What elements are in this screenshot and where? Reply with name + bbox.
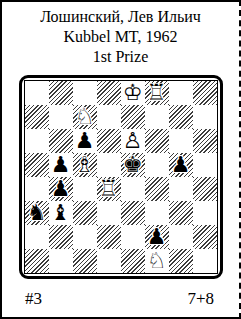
square-f8: ♜♖ xyxy=(145,81,169,105)
square-d7 xyxy=(97,105,121,129)
square-f3 xyxy=(145,201,169,225)
square-g1 xyxy=(169,249,193,273)
chess-board: ♚♔♜♖♞♘♟♟♟♙♟♟♝♗♚♚♟♟♟♟♜♖♞♞♝♝♟♟♞♘ xyxy=(24,80,218,274)
square-g7 xyxy=(169,105,193,129)
piece-halo: ♟ xyxy=(145,225,169,249)
square-b3: ♝♝ xyxy=(49,201,73,225)
piece-halo: ♝ xyxy=(49,201,73,225)
square-e4 xyxy=(121,177,145,201)
square-d5 xyxy=(97,153,121,177)
piece-halo: ♚ xyxy=(121,81,145,105)
piece-halo: ♝ xyxy=(73,153,97,177)
square-b1 xyxy=(49,249,73,273)
square-b2 xyxy=(49,225,73,249)
square-a6 xyxy=(25,129,49,153)
square-e8: ♚♔ xyxy=(121,81,145,105)
square-h3 xyxy=(193,201,217,225)
square-d2 xyxy=(97,225,121,249)
square-h7 xyxy=(193,105,217,129)
piece-halo: ♟ xyxy=(169,153,193,177)
square-h5 xyxy=(193,153,217,177)
square-g6 xyxy=(169,129,193,153)
square-a2 xyxy=(25,225,49,249)
piece-halo: ♟ xyxy=(49,177,73,201)
square-b8 xyxy=(49,81,73,105)
square-c6: ♟♟ xyxy=(73,129,97,153)
piece-black-pawn: ♟ xyxy=(49,153,73,177)
square-e7 xyxy=(121,105,145,129)
square-b4: ♟♟ xyxy=(49,177,73,201)
square-a8 xyxy=(25,81,49,105)
square-h6 xyxy=(193,129,217,153)
square-h8 xyxy=(193,81,217,105)
composer-name: Лошинский, Лев Ильич xyxy=(2,7,239,27)
square-f5 xyxy=(145,153,169,177)
stipulation-label: #3 xyxy=(25,289,42,309)
square-h4 xyxy=(193,177,217,201)
caption-row: #3 7+8 xyxy=(2,289,239,309)
square-d6 xyxy=(97,129,121,153)
square-f2: ♟♟ xyxy=(145,225,169,249)
square-c4 xyxy=(73,177,97,201)
tournament-name: Kubbel MT, 1962 xyxy=(2,27,239,47)
piece-halo: ♟ xyxy=(49,153,73,177)
square-a1 xyxy=(25,249,49,273)
square-a7 xyxy=(25,105,49,129)
square-c2 xyxy=(73,225,97,249)
piece-halo: ♞ xyxy=(25,201,49,225)
square-d8 xyxy=(97,81,121,105)
square-d1 xyxy=(97,249,121,273)
piece-white-knight: ♘ xyxy=(145,249,169,273)
square-f1: ♞♘ xyxy=(145,249,169,273)
square-e2 xyxy=(121,225,145,249)
problem-card: Лошинский, Лев Ильич Kubbel MT, 1962 1st… xyxy=(0,0,241,319)
piece-white-rook: ♖ xyxy=(145,81,169,105)
square-f6 xyxy=(145,129,169,153)
piece-black-pawn: ♟ xyxy=(73,129,97,153)
piece-halo: ♜ xyxy=(97,177,121,201)
piece-white-king: ♔ xyxy=(121,81,145,105)
prize-label: 1st Prize xyxy=(2,47,239,67)
square-f7 xyxy=(145,105,169,129)
piece-halo: ♟ xyxy=(121,129,145,153)
piece-halo: ♚ xyxy=(121,153,145,177)
square-e5: ♚♚ xyxy=(121,153,145,177)
square-c3 xyxy=(73,201,97,225)
piece-black-pawn: ♟ xyxy=(145,225,169,249)
square-f4 xyxy=(145,177,169,201)
piece-black-king: ♚ xyxy=(121,153,145,177)
square-d4: ♜♖ xyxy=(97,177,121,201)
piece-white-rook: ♖ xyxy=(97,177,121,201)
square-h2 xyxy=(193,225,217,249)
square-b5: ♟♟ xyxy=(49,153,73,177)
square-e1 xyxy=(121,249,145,273)
square-g8 xyxy=(169,81,193,105)
square-h1 xyxy=(193,249,217,273)
piece-white-bishop: ♗ xyxy=(73,153,97,177)
piece-black-pawn: ♟ xyxy=(169,153,193,177)
square-c1 xyxy=(73,249,97,273)
square-c5: ♝♗ xyxy=(73,153,97,177)
piece-black-bishop: ♝ xyxy=(49,201,73,225)
material-count-label: 7+8 xyxy=(187,289,214,309)
piece-halo: ♞ xyxy=(145,249,169,273)
square-a3: ♞♞ xyxy=(25,201,49,225)
title-block: Лошинский, Лев Ильич Kubbel MT, 1962 1st… xyxy=(2,2,239,67)
piece-white-knight: ♘ xyxy=(73,105,97,129)
piece-halo: ♞ xyxy=(73,105,97,129)
piece-white-pawn: ♙ xyxy=(121,129,145,153)
square-a5 xyxy=(25,153,49,177)
square-g3 xyxy=(169,201,193,225)
square-c8 xyxy=(73,81,97,105)
square-a4 xyxy=(25,177,49,201)
square-c7: ♞♘ xyxy=(73,105,97,129)
square-g2 xyxy=(169,225,193,249)
square-b6 xyxy=(49,129,73,153)
square-e3 xyxy=(121,201,145,225)
piece-black-knight: ♞ xyxy=(25,201,49,225)
square-b7 xyxy=(49,105,73,129)
piece-halo: ♜ xyxy=(145,81,169,105)
piece-black-pawn: ♟ xyxy=(49,177,73,201)
square-d3 xyxy=(97,201,121,225)
board-frame: ♚♔♜♖♞♘♟♟♟♙♟♟♝♗♚♚♟♟♟♟♜♖♞♞♝♝♟♟♞♘ xyxy=(19,75,223,279)
square-e6: ♟♙ xyxy=(121,129,145,153)
square-g4 xyxy=(169,177,193,201)
square-g5: ♟♟ xyxy=(169,153,193,177)
piece-halo: ♟ xyxy=(73,129,97,153)
